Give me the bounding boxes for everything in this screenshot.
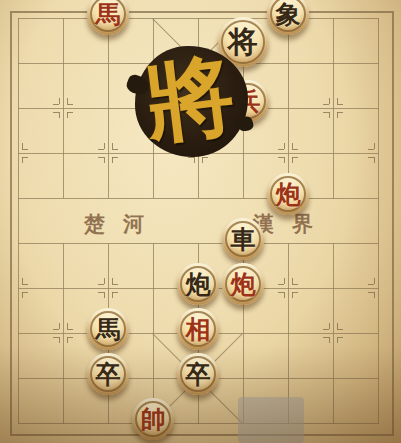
piece-glyph: 帥 xyxy=(132,398,174,440)
point-mark xyxy=(104,278,105,284)
grid-line xyxy=(63,243,64,424)
check-stamp-glyph: 將 xyxy=(138,35,240,164)
point-mark xyxy=(337,104,343,105)
piece-glyph: 馬 xyxy=(87,308,129,350)
grid-line xyxy=(333,243,334,424)
point-mark xyxy=(337,337,338,343)
grid-line xyxy=(18,198,379,199)
point-mark xyxy=(292,143,293,149)
point-mark xyxy=(337,323,338,329)
piece-glyph: 炮 xyxy=(177,263,219,305)
grid-line xyxy=(63,18,64,198)
point-mark xyxy=(284,292,285,298)
piece-glyph: 炮 xyxy=(222,263,264,305)
piece-black-卒[interactable]: 卒 xyxy=(177,353,219,395)
point-mark xyxy=(329,337,330,343)
point-mark xyxy=(329,323,330,329)
point-mark xyxy=(368,284,374,285)
point-mark xyxy=(67,112,68,118)
piece-black-馬[interactable]: 馬 xyxy=(87,308,129,350)
piece-glyph: 車 xyxy=(222,218,264,260)
point-mark xyxy=(278,284,284,285)
point-mark xyxy=(112,284,118,285)
point-mark xyxy=(337,112,338,118)
piece-black-炮[interactable]: 炮 xyxy=(177,263,219,305)
point-mark xyxy=(67,329,73,330)
point-mark xyxy=(323,329,329,330)
point-mark xyxy=(323,104,329,105)
point-mark xyxy=(292,284,298,285)
point-mark xyxy=(278,149,284,150)
point-mark xyxy=(53,104,59,105)
piece-glyph: 炮 xyxy=(267,173,309,215)
point-mark xyxy=(22,284,28,285)
point-mark xyxy=(67,98,68,104)
point-mark xyxy=(292,157,293,163)
grid-line xyxy=(378,18,379,424)
point-mark xyxy=(329,112,330,118)
river-label-chuhe: 楚河 xyxy=(84,210,162,238)
point-mark xyxy=(22,149,28,150)
piece-black-卒[interactable]: 卒 xyxy=(87,353,129,395)
point-mark xyxy=(292,149,298,150)
piece-black-車[interactable]: 車 xyxy=(222,218,264,260)
point-mark xyxy=(112,143,113,149)
point-mark xyxy=(337,98,338,104)
piece-glyph: 卒 xyxy=(87,353,129,395)
piece-glyph: 象 xyxy=(267,0,309,35)
piece-red-相[interactable]: 相 xyxy=(177,308,219,350)
point-mark xyxy=(374,157,375,163)
point-mark xyxy=(22,278,23,284)
point-mark xyxy=(98,284,104,285)
point-mark xyxy=(374,143,375,149)
piece-red-炮[interactable]: 炮 xyxy=(267,173,309,215)
point-mark xyxy=(59,98,60,104)
point-mark xyxy=(292,292,293,298)
piece-glyph: 相 xyxy=(177,308,219,350)
piece-red-炮[interactable]: 炮 xyxy=(222,263,264,305)
point-mark xyxy=(284,143,285,149)
grid-line xyxy=(108,18,109,198)
point-mark xyxy=(104,143,105,149)
point-mark xyxy=(59,112,60,118)
point-mark xyxy=(112,149,118,150)
xiangqi-board: 楚河 漢界 馬象将兵炮車炮炮馬相卒卒帥 將 xyxy=(0,0,401,443)
point-mark xyxy=(292,278,293,284)
grid-line xyxy=(333,18,334,198)
point-mark xyxy=(67,323,68,329)
piece-glyph: 卒 xyxy=(177,353,219,395)
point-mark xyxy=(104,292,105,298)
point-mark xyxy=(112,278,113,284)
point-mark xyxy=(67,337,68,343)
piece-red-馬[interactable]: 馬 xyxy=(87,0,129,35)
point-mark xyxy=(59,323,60,329)
watermark-patch xyxy=(238,397,304,443)
point-mark xyxy=(284,278,285,284)
point-mark xyxy=(22,143,23,149)
grid-line xyxy=(18,18,19,424)
point-mark xyxy=(284,157,285,163)
point-mark xyxy=(112,292,113,298)
point-mark xyxy=(104,157,105,163)
grid-line xyxy=(288,18,289,198)
point-mark xyxy=(329,98,330,104)
point-mark xyxy=(374,278,375,284)
point-mark xyxy=(53,329,59,330)
point-mark xyxy=(67,104,73,105)
piece-black-象[interactable]: 象 xyxy=(267,0,309,35)
point-mark xyxy=(22,292,23,298)
point-mark xyxy=(368,149,374,150)
check-stamp: 將 xyxy=(135,46,248,157)
point-mark xyxy=(374,292,375,298)
point-mark xyxy=(337,329,343,330)
point-mark xyxy=(98,149,104,150)
piece-red-帥[interactable]: 帥 xyxy=(132,398,174,440)
point-mark xyxy=(112,157,113,163)
piece-glyph: 馬 xyxy=(87,0,129,35)
point-mark xyxy=(59,337,60,343)
point-mark xyxy=(22,157,23,163)
